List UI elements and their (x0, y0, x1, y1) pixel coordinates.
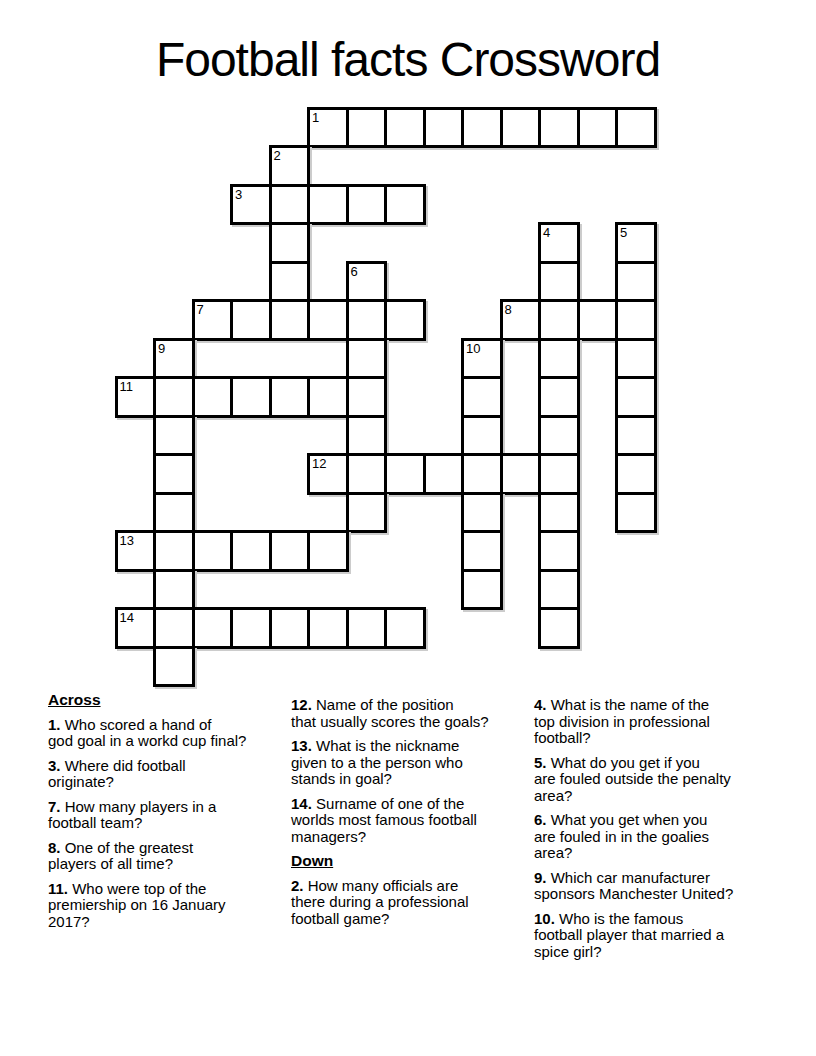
grid-cell[interactable] (538, 376, 580, 418)
grid-cell[interactable] (461, 453, 503, 495)
clue-column: 4. What is the name of the top division … (534, 692, 779, 968)
clue-text: One of the greatest players of all time? (48, 839, 193, 873)
grid-cell[interactable] (230, 607, 272, 649)
grid-cell[interactable] (461, 107, 503, 149)
grid-cell[interactable] (346, 376, 388, 418)
grid-cell[interactable] (615, 376, 657, 418)
clue-text: What do you get if you are fouled outsid… (534, 754, 731, 804)
grid-cell[interactable] (307, 376, 349, 418)
clue-item: 14. Surname of one of the worlds most fa… (291, 796, 534, 846)
grid-cell[interactable] (153, 569, 195, 611)
clue-text: Which car manufacturer sponsors Manchest… (534, 869, 733, 903)
grid-cell[interactable] (538, 569, 580, 611)
cell-number: 14 (120, 610, 134, 625)
clue-number: 4. (534, 696, 551, 713)
grid-cell[interactable] (423, 107, 465, 149)
grid-cell[interactable] (384, 607, 426, 649)
grid-cell[interactable] (269, 607, 311, 649)
grid-cell[interactable] (615, 299, 657, 341)
grid-cell[interactable] (269, 376, 311, 418)
clues-section: Across1. Who scored a hand of god goal i… (48, 692, 779, 968)
clue-number: 5. (534, 754, 551, 771)
grid-cell[interactable]: 5 (615, 222, 657, 264)
grid-cell[interactable] (153, 646, 195, 688)
clue-number: 7. (48, 798, 65, 815)
grid-cell[interactable] (346, 453, 388, 495)
clue-number: 12. (291, 696, 316, 713)
clue-number: 8. (48, 839, 65, 856)
clue-column: Across1. Who scored a hand of god goal i… (48, 692, 291, 968)
grid-cell[interactable] (461, 415, 503, 457)
cell-number: 5 (620, 225, 627, 240)
grid-cell[interactable] (307, 530, 349, 572)
grid-cell[interactable] (538, 261, 580, 303)
grid-cell[interactable] (538, 299, 580, 341)
grid-cell[interactable] (461, 492, 503, 534)
grid-cell[interactable] (615, 261, 657, 303)
grid-cell[interactable] (538, 530, 580, 572)
clue-text: Name of the position that usually scores… (291, 696, 489, 730)
clue-number: 1. (48, 716, 65, 733)
grid-cell[interactable]: 12 (307, 453, 349, 495)
grid-cell[interactable] (153, 607, 195, 649)
grid-cell[interactable] (384, 184, 426, 226)
grid-cell[interactable] (153, 530, 195, 572)
clue-item: 3. Where did football originate? (48, 758, 291, 791)
cell-number: 2 (274, 148, 281, 163)
cell-number: 8 (505, 302, 512, 317)
grid-cell[interactable] (153, 492, 195, 534)
grid-cell[interactable] (384, 299, 426, 341)
crossword-grid: 1234567891011121314 (115, 107, 657, 688)
cell-number: 11 (120, 379, 134, 394)
clue-number: 6. (534, 811, 551, 828)
grid-cell[interactable] (538, 107, 580, 149)
grid-cell[interactable] (500, 453, 542, 495)
clue-number: 14. (291, 795, 316, 812)
clue-item: 8. One of the greatest players of all ti… (48, 840, 291, 873)
clue-text: Who is the famous football player that m… (534, 910, 724, 960)
clue-text: Who were top of the premiership on 16 Ja… (48, 880, 226, 930)
clue-text: What you get when you are fouled in in t… (534, 811, 709, 861)
grid-cell[interactable] (307, 184, 349, 226)
grid-cell[interactable] (269, 184, 311, 226)
clue-number: 11. (48, 880, 72, 897)
grid-cell[interactable] (346, 607, 388, 649)
clue-text: How many officials are there during a pr… (291, 877, 469, 927)
cell-number: 1 (312, 110, 319, 125)
clue-item: 6. What you get when you are fouled in i… (534, 812, 779, 862)
cell-number: 9 (158, 341, 165, 356)
grid-cell[interactable] (615, 492, 657, 534)
clue-item: 5. What do you get if you are fouled out… (534, 755, 779, 805)
grid-cell[interactable]: 13 (115, 530, 157, 572)
grid-cell[interactable] (461, 376, 503, 418)
clue-number: 10. (534, 910, 559, 927)
grid-cell[interactable] (230, 299, 272, 341)
grid-cell[interactable] (269, 299, 311, 341)
cell-number: 7 (197, 302, 204, 317)
clue-text: What is the name of the top division in … (534, 696, 710, 746)
grid-cell[interactable] (346, 107, 388, 149)
clue-item: 4. What is the name of the top division … (534, 697, 779, 747)
grid-cell[interactable] (461, 569, 503, 611)
grid-cell[interactable] (307, 299, 349, 341)
grid-cell[interactable] (538, 453, 580, 495)
grid-cell[interactable] (346, 299, 388, 341)
grid-cell[interactable]: 14 (115, 607, 157, 649)
cell-number: 12 (312, 456, 326, 471)
clue-item: 10. Who is the famous football player th… (534, 911, 779, 961)
grid-cell[interactable]: 6 (346, 261, 388, 303)
cell-number: 4 (543, 225, 550, 240)
across-header: Across (48, 692, 291, 709)
grid-cell[interactable] (538, 607, 580, 649)
clue-item: 12. Name of the position that usually sc… (291, 697, 534, 730)
grid-cell[interactable] (346, 338, 388, 380)
grid-cell[interactable] (577, 299, 619, 341)
grid-cell[interactable]: 9 (153, 338, 195, 380)
clue-text: How many players in a football team? (48, 798, 216, 832)
grid-cell[interactable] (538, 338, 580, 380)
grid-cell[interactable] (577, 107, 619, 149)
grid-cell[interactable]: 2 (269, 145, 311, 187)
cell-number: 10 (466, 341, 480, 356)
grid-cell[interactable] (269, 222, 311, 264)
page-title: Football facts Crossword (0, 36, 816, 84)
clue-text: What is the nickname given to a the pers… (291, 737, 463, 787)
grid-cell[interactable] (153, 376, 195, 418)
clue-number: 13. (291, 737, 316, 754)
cell-number: 13 (120, 533, 134, 548)
grid-cell[interactable] (346, 184, 388, 226)
grid-cell[interactable] (153, 415, 195, 457)
grid-cell[interactable] (230, 376, 272, 418)
grid-cell[interactable]: 1 (307, 107, 349, 149)
grid-cell[interactable] (538, 492, 580, 534)
grid-cell[interactable]: 3 (230, 184, 272, 226)
grid-cell[interactable]: 4 (538, 222, 580, 264)
clue-item: 2. How many officials are there during a… (291, 878, 534, 928)
clue-column: 12. Name of the position that usually sc… (291, 692, 534, 968)
grid-cell[interactable] (384, 453, 426, 495)
clue-item: 9. Which car manufacturer sponsors Manch… (534, 870, 779, 903)
clue-number: 2. (291, 877, 308, 894)
grid-cell[interactable] (346, 492, 388, 534)
grid-cell[interactable] (423, 453, 465, 495)
grid-cell[interactable] (615, 415, 657, 457)
grid-cell[interactable] (615, 107, 657, 149)
grid-cell[interactable] (269, 261, 311, 303)
grid-cell[interactable] (307, 607, 349, 649)
clue-number: 3. (48, 757, 65, 774)
grid-cell[interactable] (384, 107, 426, 149)
clue-item: 1. Who scored a hand of god goal in a wo… (48, 717, 291, 750)
clue-item: 13. What is the nickname given to a the … (291, 738, 534, 788)
grid-cell[interactable] (615, 453, 657, 495)
grid-cell[interactable]: 8 (500, 299, 542, 341)
grid-cell[interactable] (192, 530, 234, 572)
clue-number: 9. (534, 869, 551, 886)
grid-cell[interactable] (269, 530, 311, 572)
grid-cell[interactable] (153, 453, 195, 495)
clue-item: 11. Who were top of the premiership on 1… (48, 881, 291, 931)
grid-cell[interactable] (230, 530, 272, 572)
grid-cell[interactable] (500, 107, 542, 149)
clue-text: Surname of one of the worlds most famous… (291, 795, 477, 845)
clue-text: Who scored a hand of god goal in a workd… (48, 716, 246, 750)
grid-cell[interactable] (615, 338, 657, 380)
grid-cell[interactable] (346, 415, 388, 457)
cell-number: 6 (351, 264, 358, 279)
grid-cell[interactable]: 11 (115, 376, 157, 418)
clue-text: Where did football originate? (48, 757, 186, 791)
grid-cell[interactable] (538, 415, 580, 457)
grid-cell[interactable] (192, 607, 234, 649)
down-header: Down (291, 853, 534, 870)
cell-number: 3 (235, 187, 242, 202)
crossword-worksheet-page: Football facts Crossword 123456789101112… (0, 0, 816, 1056)
grid-cell[interactable] (192, 376, 234, 418)
grid-cell[interactable] (461, 530, 503, 572)
grid-cell[interactable]: 10 (461, 338, 503, 380)
grid-cell[interactable]: 7 (192, 299, 234, 341)
clue-item: 7. How many players in a football team? (48, 799, 291, 832)
